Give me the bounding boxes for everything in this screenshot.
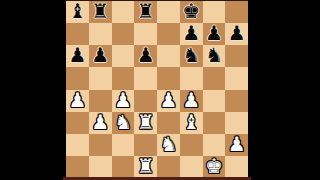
piece-white-pawn: ♟	[68, 90, 86, 111]
square-b1[interactable]	[89, 156, 112, 178]
piece-white-pawn: ♟	[182, 90, 200, 111]
square-a3[interactable]	[66, 112, 89, 134]
piece-black-knight: ♞	[182, 45, 200, 66]
square-e5[interactable]	[157, 67, 180, 89]
square-e3[interactable]	[157, 112, 180, 134]
square-f3[interactable]: ♝	[180, 112, 203, 134]
piece-white-rook: ♜	[137, 112, 155, 133]
square-c3[interactable]: ♞	[112, 112, 135, 134]
square-h4[interactable]	[225, 90, 248, 112]
piece-black-pawn: ♟	[228, 23, 246, 44]
piece-black-pawn: ♟	[68, 45, 86, 66]
square-e4[interactable]: ♟	[157, 90, 180, 112]
square-b6[interactable]: ♟	[89, 45, 112, 67]
square-a5[interactable]	[66, 67, 89, 89]
piece-white-bishop: ♝	[182, 112, 200, 133]
square-h2[interactable]: ♟	[225, 134, 248, 156]
piece-white-rook: ♜	[137, 156, 155, 177]
square-g8[interactable]	[203, 1, 226, 23]
square-h7[interactable]: ♟	[225, 23, 248, 45]
square-g5[interactable]	[203, 67, 226, 89]
square-h3[interactable]	[225, 112, 248, 134]
square-h6[interactable]	[225, 45, 248, 67]
square-a8[interactable]: ♝	[66, 1, 89, 23]
square-g6[interactable]: ♞	[203, 45, 226, 67]
piece-black-king: ♚	[182, 1, 200, 22]
square-b5[interactable]	[89, 67, 112, 89]
square-b4[interactable]	[89, 90, 112, 112]
square-f7[interactable]: ♟	[180, 23, 203, 45]
square-b8[interactable]: ♜	[89, 1, 112, 23]
square-f5[interactable]	[180, 67, 203, 89]
square-c1[interactable]	[112, 156, 135, 178]
square-d3[interactable]: ♜	[134, 112, 157, 134]
square-b3[interactable]: ♟	[89, 112, 112, 134]
piece-black-knight: ♞	[205, 45, 223, 66]
square-d2[interactable]	[134, 134, 157, 156]
square-e1[interactable]	[157, 156, 180, 178]
piece-white-pawn: ♟	[228, 134, 246, 155]
square-a6[interactable]: ♟	[66, 45, 89, 67]
square-e2[interactable]: ♞	[157, 134, 180, 156]
square-g4[interactable]	[203, 90, 226, 112]
square-a2[interactable]	[66, 134, 89, 156]
piece-white-pawn: ♟	[91, 112, 109, 133]
square-f6[interactable]: ♞	[180, 45, 203, 67]
square-g1[interactable]: ♚	[203, 156, 226, 178]
square-a1[interactable]	[66, 156, 89, 178]
square-c5[interactable]	[112, 67, 135, 89]
square-d1[interactable]: ♜	[134, 156, 157, 178]
square-g3[interactable]	[203, 112, 226, 134]
board-bottom-edge-line	[63, 177, 251, 180]
square-a4[interactable]: ♟	[66, 90, 89, 112]
square-b2[interactable]	[89, 134, 112, 156]
square-d7[interactable]	[134, 23, 157, 45]
piece-white-pawn: ♟	[114, 90, 132, 111]
screenshot-canvas: ♝♜♜♚♟♟♟♟♟♟♞♞♟♟♟♟♟♞♜♝♞♟♜♚	[0, 0, 320, 180]
square-d8[interactable]: ♜	[134, 1, 157, 23]
square-h8[interactable]	[225, 1, 248, 23]
square-c8[interactable]	[112, 1, 135, 23]
chess-board: ♝♜♜♚♟♟♟♟♟♟♞♞♟♟♟♟♟♞♜♝♞♟♜♚	[66, 0, 248, 177]
square-h5[interactable]	[225, 67, 248, 89]
piece-white-pawn: ♟	[159, 90, 177, 111]
square-c2[interactable]	[112, 134, 135, 156]
square-f2[interactable]	[180, 134, 203, 156]
piece-black-pawn: ♟	[91, 45, 109, 66]
piece-black-bishop: ♝	[68, 1, 86, 22]
piece-white-knight: ♞	[159, 134, 177, 155]
piece-black-rook: ♜	[137, 1, 155, 22]
square-a7[interactable]	[66, 23, 89, 45]
square-g7[interactable]: ♟	[203, 23, 226, 45]
square-d4[interactable]	[134, 90, 157, 112]
piece-black-pawn: ♟	[205, 23, 223, 44]
piece-black-rook: ♜	[91, 1, 109, 22]
square-f4[interactable]: ♟	[180, 90, 203, 112]
square-d5[interactable]	[134, 67, 157, 89]
square-c6[interactable]	[112, 45, 135, 67]
piece-black-pawn: ♟	[182, 23, 200, 44]
square-h1[interactable]	[225, 156, 248, 178]
piece-white-knight: ♞	[114, 112, 132, 133]
square-g2[interactable]	[203, 134, 226, 156]
piece-black-pawn: ♟	[137, 45, 155, 66]
piece-white-king: ♚	[205, 156, 223, 177]
square-d6[interactable]: ♟	[134, 45, 157, 67]
square-c7[interactable]	[112, 23, 135, 45]
square-e8[interactable]	[157, 1, 180, 23]
square-e6[interactable]	[157, 45, 180, 67]
square-e7[interactable]	[157, 23, 180, 45]
square-c4[interactable]: ♟	[112, 90, 135, 112]
square-f1[interactable]	[180, 156, 203, 178]
right-letterbox-bar	[248, 0, 320, 180]
square-f8[interactable]: ♚	[180, 1, 203, 23]
square-b7[interactable]	[89, 23, 112, 45]
left-letterbox-bar	[0, 0, 66, 180]
